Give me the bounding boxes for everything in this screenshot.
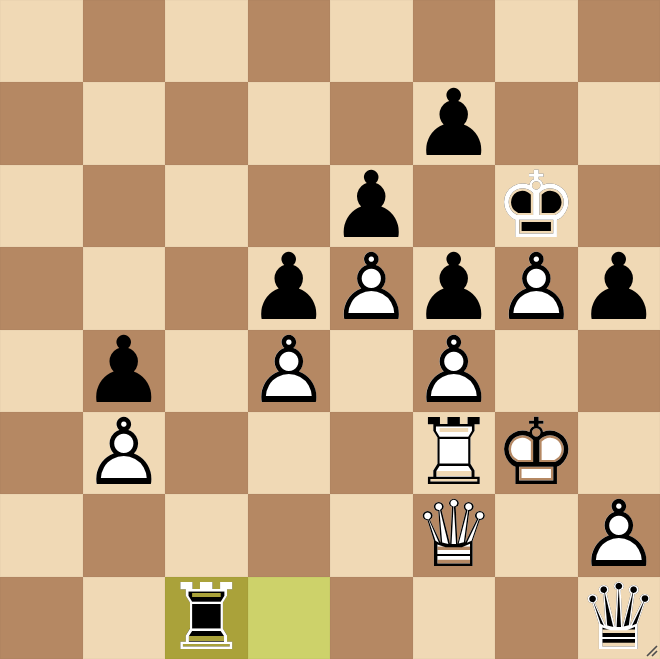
square-e3[interactable] — [330, 412, 413, 494]
piece-white-pawn[interactable]: ♟♙ — [248, 330, 331, 412]
square-f3[interactable]: ♜♖ — [413, 412, 496, 494]
white-pawn-glyph: ♟ — [248, 330, 330, 412]
square-e2[interactable] — [330, 494, 413, 576]
piece-white-pawn[interactable]: ♟♙ — [330, 247, 413, 329]
white-rook-glyph: ♜ — [413, 412, 495, 494]
square-a8[interactable] — [0, 0, 83, 82]
square-b6[interactable] — [83, 165, 166, 247]
white-pawn-glyph: ♟ — [83, 412, 165, 494]
white-pawn-outline: ♙ — [578, 494, 660, 576]
square-d4[interactable]: ♟♙ — [248, 330, 331, 412]
chess-board: ♟♟♚♔♟♟♙♟♟♙♟♟♟♙♟♙♟♙♜♖♚♔♛♕♟♙♜♖♛♕ — [0, 0, 660, 659]
white-pawn-glyph: ♟ — [495, 247, 577, 329]
square-a6[interactable] — [0, 165, 83, 247]
black-pawn-glyph: ♟ — [578, 247, 660, 329]
square-a4[interactable] — [0, 330, 83, 412]
piece-black-pawn[interactable]: ♟ — [413, 82, 496, 164]
square-b1[interactable] — [83, 577, 166, 659]
square-e4[interactable] — [330, 330, 413, 412]
piece-white-king[interactable]: ♚♔ — [495, 412, 578, 494]
square-c7[interactable] — [165, 82, 248, 164]
square-g2[interactable] — [495, 494, 578, 576]
square-a2[interactable] — [0, 494, 83, 576]
white-pawn-outline: ♙ — [495, 247, 577, 329]
square-f1[interactable] — [413, 577, 496, 659]
white-pawn-glyph: ♟ — [330, 247, 412, 329]
piece-white-pawn[interactable]: ♟♙ — [413, 330, 496, 412]
square-e5[interactable]: ♟♙ — [330, 247, 413, 329]
square-b3[interactable]: ♟♙ — [83, 412, 166, 494]
square-d2[interactable] — [248, 494, 331, 576]
black-pawn-glyph: ♟ — [413, 83, 495, 165]
square-b4[interactable]: ♟ — [83, 330, 166, 412]
white-king-outline: ♔ — [495, 412, 577, 494]
square-e6[interactable]: ♟ — [330, 165, 413, 247]
piece-white-pawn[interactable]: ♟♙ — [83, 412, 166, 494]
square-h7[interactable] — [578, 82, 660, 164]
white-rook-outline: ♖ — [413, 412, 495, 494]
square-e8[interactable] — [330, 0, 413, 82]
square-c4[interactable] — [165, 330, 248, 412]
square-f8[interactable] — [413, 0, 496, 82]
white-queen-outline: ♕ — [413, 494, 495, 576]
square-g3[interactable]: ♚♔ — [495, 412, 578, 494]
square-c5[interactable] — [165, 247, 248, 329]
white-pawn-glyph: ♟ — [578, 494, 660, 576]
square-f2[interactable]: ♛♕ — [413, 494, 496, 576]
white-king-glyph: ♚ — [495, 412, 577, 494]
square-f5[interactable]: ♟ — [413, 247, 496, 329]
square-f4[interactable]: ♟♙ — [413, 330, 496, 412]
black-pawn-glyph: ♟ — [83, 330, 165, 412]
square-b8[interactable] — [83, 0, 166, 82]
square-h8[interactable] — [578, 0, 660, 82]
piece-black-pawn[interactable]: ♟ — [248, 247, 331, 329]
piece-white-pawn[interactable]: ♟♙ — [495, 247, 578, 329]
square-e7[interactable] — [330, 82, 413, 164]
white-pawn-outline: ♙ — [83, 412, 165, 494]
piece-black-king[interactable]: ♚♔ — [495, 165, 578, 247]
piece-black-pawn[interactable]: ♟ — [413, 247, 496, 329]
square-f7[interactable]: ♟ — [413, 82, 496, 164]
white-queen-glyph: ♛ — [413, 494, 495, 576]
black-rook-glyph: ♜ — [165, 577, 247, 659]
square-d7[interactable] — [248, 82, 331, 164]
square-g5[interactable]: ♟♙ — [495, 247, 578, 329]
square-c6[interactable] — [165, 165, 248, 247]
square-f6[interactable] — [413, 165, 496, 247]
square-h4[interactable] — [578, 330, 660, 412]
white-pawn-glyph: ♟ — [413, 330, 495, 412]
square-g4[interactable] — [495, 330, 578, 412]
white-pawn-outline: ♙ — [248, 330, 330, 412]
square-d8[interactable] — [248, 0, 331, 82]
square-a7[interactable] — [0, 82, 83, 164]
piece-white-pawn[interactable]: ♟♙ — [578, 494, 660, 576]
square-h2[interactable]: ♟♙ — [578, 494, 660, 576]
black-pawn-glyph: ♟ — [413, 247, 495, 329]
square-a3[interactable] — [0, 412, 83, 494]
piece-white-queen[interactable]: ♛♕ — [413, 494, 496, 576]
piece-black-rook[interactable]: ♜♖ — [165, 577, 248, 659]
white-pawn-outline: ♙ — [330, 247, 412, 329]
square-h6[interactable] — [578, 165, 660, 247]
black-king-outline: ♔ — [495, 165, 577, 247]
piece-black-pawn[interactable]: ♟ — [578, 247, 660, 329]
square-d5[interactable]: ♟ — [248, 247, 331, 329]
square-c3[interactable] — [165, 412, 248, 494]
black-rook-outline: ♖ — [165, 577, 247, 659]
black-king-glyph: ♚ — [495, 165, 577, 247]
square-d1[interactable] — [248, 577, 331, 659]
square-b2[interactable] — [83, 494, 166, 576]
square-g1[interactable] — [495, 577, 578, 659]
square-h3[interactable] — [578, 412, 660, 494]
board-resize-handle-icon[interactable] — [644, 643, 658, 657]
square-d6[interactable] — [248, 165, 331, 247]
square-g6[interactable]: ♚♔ — [495, 165, 578, 247]
square-c1[interactable]: ♜♖ — [165, 577, 248, 659]
square-a5[interactable] — [0, 247, 83, 329]
square-c2[interactable] — [165, 494, 248, 576]
piece-black-pawn[interactable]: ♟ — [330, 165, 413, 247]
white-pawn-outline: ♙ — [413, 330, 495, 412]
piece-white-rook[interactable]: ♜♖ — [413, 412, 496, 494]
square-g7[interactable] — [495, 82, 578, 164]
square-b5[interactable] — [83, 247, 166, 329]
square-h5[interactable]: ♟ — [578, 247, 660, 329]
square-a1[interactable] — [0, 577, 83, 659]
square-c8[interactable] — [165, 0, 248, 82]
black-pawn-glyph: ♟ — [248, 247, 330, 329]
square-g8[interactable] — [495, 0, 578, 82]
square-d3[interactable] — [248, 412, 331, 494]
black-pawn-glyph: ♟ — [330, 165, 412, 247]
square-b7[interactable] — [83, 82, 166, 164]
square-e1[interactable] — [330, 577, 413, 659]
piece-black-pawn[interactable]: ♟ — [83, 330, 166, 412]
